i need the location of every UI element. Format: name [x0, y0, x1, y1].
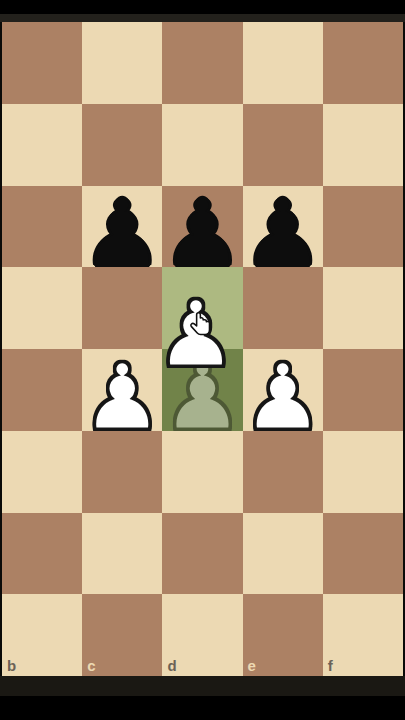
square-e6[interactable]: ♟ — [243, 186, 323, 268]
square-f7[interactable] — [323, 104, 403, 186]
square-f3[interactable] — [323, 431, 403, 513]
square-b2[interactable] — [2, 513, 82, 595]
coord-label-d: d — [167, 657, 176, 674]
square-d6[interactable]: ♟ — [162, 186, 242, 268]
square-c5[interactable] — [82, 267, 162, 349]
square-d2[interactable] — [162, 513, 242, 595]
square-c1[interactable]: c — [82, 594, 162, 676]
coord-label-e: e — [248, 657, 256, 674]
square-b7[interactable] — [2, 104, 82, 186]
square-e7[interactable] — [243, 104, 323, 186]
square-f5[interactable] — [323, 267, 403, 349]
black-pawn[interactable]: ♟ — [162, 194, 242, 276]
square-c6[interactable]: ♟ — [82, 186, 162, 268]
dragged-white-pawn[interactable]: ♟ — [156, 286, 236, 368]
square-f6[interactable] — [323, 186, 403, 268]
square-f1[interactable]: f — [323, 594, 403, 676]
square-e4[interactable]: ♟ — [243, 349, 323, 431]
square-b5[interactable] — [2, 267, 82, 349]
square-e8[interactable] — [243, 22, 323, 104]
letterbox-bottom — [0, 676, 405, 720]
white-pawn: ♟ — [156, 294, 236, 376]
square-c7[interactable] — [82, 104, 162, 186]
square-d3[interactable] — [162, 431, 242, 513]
square-d8[interactable] — [162, 22, 242, 104]
coord-label-b: b — [7, 657, 16, 674]
square-f2[interactable] — [323, 513, 403, 595]
video-frame: ♟♟♟♟♟♟bcdef ♟ — [0, 0, 405, 720]
white-pawn[interactable]: ♟ — [243, 357, 323, 439]
square-e5[interactable] — [243, 267, 323, 349]
square-d1[interactable]: d — [162, 594, 242, 676]
coord-label-f: f — [328, 657, 333, 674]
square-d7[interactable] — [162, 104, 242, 186]
square-c3[interactable] — [82, 431, 162, 513]
black-pawn[interactable]: ♟ — [243, 194, 323, 276]
square-b1[interactable]: b — [2, 594, 82, 676]
square-b8[interactable] — [2, 22, 82, 104]
square-b6[interactable] — [2, 186, 82, 268]
square-f8[interactable] — [323, 22, 403, 104]
white-pawn[interactable]: ♟ — [82, 357, 162, 439]
black-pawn[interactable]: ♟ — [82, 194, 162, 276]
letterbox-top — [0, 0, 405, 22]
square-e1[interactable]: e — [243, 594, 323, 676]
square-e3[interactable] — [243, 431, 323, 513]
square-c8[interactable] — [82, 22, 162, 104]
square-c4[interactable]: ♟ — [82, 349, 162, 431]
square-c2[interactable] — [82, 513, 162, 595]
coord-label-c: c — [87, 657, 95, 674]
square-e2[interactable] — [243, 513, 323, 595]
square-f4[interactable] — [323, 349, 403, 431]
square-b4[interactable] — [2, 349, 82, 431]
square-b3[interactable] — [2, 431, 82, 513]
